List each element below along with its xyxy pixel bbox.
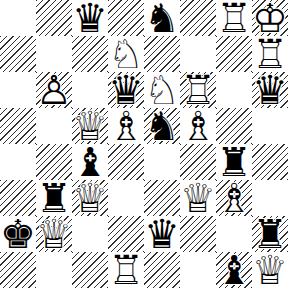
piece-white-pawn: ♟♙	[36, 72, 72, 108]
square-e4[interactable]	[144, 144, 180, 180]
square-c1[interactable]	[72, 252, 108, 288]
square-c3[interactable]: ♛♕	[72, 180, 108, 216]
white-pawn-outline-glyph: ♙	[36, 72, 72, 108]
square-e5[interactable]: ♞	[144, 108, 180, 144]
piece-white-queen: ♛♕	[36, 216, 72, 252]
square-h1[interactable]: ♛♕	[252, 252, 288, 288]
square-c2[interactable]	[72, 216, 108, 252]
square-f5[interactable]: ♝♗	[180, 108, 216, 144]
black-queen-fill-glyph: ♛	[72, 0, 108, 36]
square-d5[interactable]: ♝♗	[108, 108, 144, 144]
square-a7[interactable]	[0, 36, 36, 72]
black-king-fill-glyph: ♚	[0, 216, 36, 252]
square-b5[interactable]	[36, 108, 72, 144]
square-e2[interactable]: ♛	[144, 216, 180, 252]
piece-black-knight: ♞	[144, 0, 180, 36]
piece-white-rook: ♜♖	[108, 252, 144, 288]
square-a4[interactable]	[0, 144, 36, 180]
piece-white-queen: ♛♕	[72, 180, 108, 216]
square-a5[interactable]	[0, 108, 36, 144]
piece-black-king: ♚	[0, 216, 36, 252]
white-rook-outline-glyph: ♖	[108, 252, 144, 288]
square-e8[interactable]: ♞	[144, 0, 180, 36]
piece-black-bishop: ♝	[216, 252, 252, 288]
square-d1[interactable]: ♜♖	[108, 252, 144, 288]
square-f8[interactable]	[180, 0, 216, 36]
piece-white-queen: ♛♕	[252, 252, 288, 288]
black-queen-fill-glyph: ♛	[252, 72, 288, 108]
square-d3[interactable]	[108, 180, 144, 216]
square-f2[interactable]	[180, 216, 216, 252]
black-knight-fill-glyph: ♞	[144, 0, 180, 36]
white-queen-outline-glyph: ♕	[252, 252, 288, 288]
square-c8[interactable]: ♛	[72, 0, 108, 36]
white-queen-outline-glyph: ♕	[72, 180, 108, 216]
square-h4[interactable]	[252, 144, 288, 180]
square-b2[interactable]: ♛♕	[36, 216, 72, 252]
square-g6[interactable]	[216, 72, 252, 108]
black-queen-fill-glyph: ♛	[144, 216, 180, 252]
white-bishop-outline-glyph: ♗	[216, 180, 252, 216]
square-g7[interactable]	[216, 36, 252, 72]
white-queen-outline-glyph: ♕	[180, 180, 216, 216]
square-b6[interactable]: ♟♙	[36, 72, 72, 108]
black-knight-fill-glyph: ♞	[144, 108, 180, 144]
square-f1[interactable]	[180, 252, 216, 288]
square-g3[interactable]: ♝♗	[216, 180, 252, 216]
square-b1[interactable]	[36, 252, 72, 288]
square-a6[interactable]	[0, 72, 36, 108]
square-f3[interactable]: ♛♕	[180, 180, 216, 216]
square-g1[interactable]: ♝	[216, 252, 252, 288]
piece-white-bishop: ♝♗	[180, 108, 216, 144]
square-b8[interactable]	[36, 0, 72, 36]
piece-black-queen: ♛	[144, 216, 180, 252]
piece-black-queen: ♛	[252, 72, 288, 108]
piece-black-knight: ♞	[144, 108, 180, 144]
square-d4[interactable]	[108, 144, 144, 180]
black-bishop-fill-glyph: ♝	[216, 252, 252, 288]
square-h5[interactable]	[252, 108, 288, 144]
piece-white-bishop: ♝♗	[108, 108, 144, 144]
piece-black-queen: ♛	[72, 0, 108, 36]
square-g8[interactable]: ♜♖	[216, 0, 252, 36]
piece-white-rook: ♜♖	[216, 0, 252, 36]
white-bishop-outline-glyph: ♗	[108, 108, 144, 144]
white-queen-outline-glyph: ♕	[36, 216, 72, 252]
square-e1[interactable]	[144, 252, 180, 288]
piece-white-queen: ♛♕	[180, 180, 216, 216]
white-rook-outline-glyph: ♖	[216, 0, 252, 36]
square-a1[interactable]	[0, 252, 36, 288]
white-bishop-outline-glyph: ♗	[180, 108, 216, 144]
square-a8[interactable]	[0, 0, 36, 36]
square-a2[interactable]: ♚	[0, 216, 36, 252]
square-c7[interactable]	[72, 36, 108, 72]
square-h6[interactable]: ♛	[252, 72, 288, 108]
chess-board: ♛♞♜♖♚♔♞♘♜♖♟♙♛♞♘♜♖♛♛♕♝♗♞♝♗♝♜♜♛♕♛♕♝♗♚♛♕♛♜♜…	[0, 0, 288, 288]
piece-white-bishop: ♝♗	[216, 180, 252, 216]
